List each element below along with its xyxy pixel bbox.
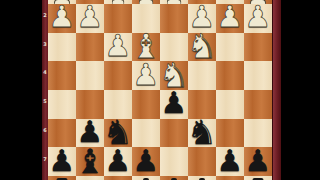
- square-c4[interactable]: [188, 61, 216, 90]
- piece-black-king-e8[interactable]: [143, 178, 149, 180]
- piece-black-pawn-h7[interactable]: ♟: [49, 146, 76, 176]
- piece-white-pawn-h2[interactable]: ♟: [49, 2, 76, 32]
- piece-black-bishop-c8[interactable]: [199, 178, 205, 180]
- square-f4[interactable]: [104, 61, 132, 90]
- square-g2[interactable]: ♟: [76, 4, 104, 33]
- square-h3[interactable]: [48, 33, 76, 62]
- square-f7[interactable]: ♟: [104, 147, 132, 176]
- piece-black-knight-c6[interactable]: ♞: [187, 115, 217, 149]
- square-e7[interactable]: ♟: [132, 147, 160, 176]
- square-f3[interactable]: ♟: [104, 33, 132, 62]
- piece-white-king-e1[interactable]: [139, 0, 154, 4]
- chess-board[interactable]: ♟♟♟♟♟♟♝♞♟♞♟♟♞♞♟♝♟♟♟♟: [48, 0, 272, 180]
- square-h2[interactable]: ♟: [48, 4, 76, 33]
- square-h4[interactable]: [48, 61, 76, 90]
- piece-white-pawn-f3[interactable]: ♟: [105, 31, 132, 61]
- square-d2[interactable]: [160, 4, 188, 33]
- square-a4[interactable]: [244, 61, 272, 90]
- square-b3[interactable]: [216, 33, 244, 62]
- square-d8[interactable]: [160, 176, 188, 180]
- piece-black-pawn-b7[interactable]: ♟: [217, 146, 244, 176]
- square-d7[interactable]: [160, 147, 188, 176]
- chess-board-screenshot: 234567 ♟♟♟♟♟♟♝♞♟♞♟♟♞♞♟♝♟♟♟♟: [0, 0, 320, 180]
- square-a2[interactable]: ♟: [244, 4, 272, 33]
- piece-white-bishop-f1[interactable]: [112, 0, 125, 4]
- piece-black-pawn-d5[interactable]: ♟: [161, 88, 188, 118]
- square-e4[interactable]: ♟: [132, 61, 160, 90]
- piece-white-pawn-b2[interactable]: ♟: [217, 2, 244, 32]
- square-h5[interactable]: [48, 90, 76, 119]
- piece-black-rook-a8[interactable]: [253, 178, 264, 180]
- square-c6[interactable]: ♞: [188, 119, 216, 148]
- piece-white-queen-d1[interactable]: [167, 0, 182, 4]
- square-b2[interactable]: ♟: [216, 4, 244, 33]
- square-b5[interactable]: [216, 90, 244, 119]
- piece-black-pawn-a7[interactable]: ♟: [245, 146, 272, 176]
- board-frame-right: [272, 0, 281, 180]
- piece-black-queen-d8[interactable]: [171, 178, 177, 180]
- piece-white-pawn-g2[interactable]: ♟: [77, 2, 104, 32]
- square-c8[interactable]: [188, 176, 216, 180]
- piece-white-pawn-e4[interactable]: ♟: [133, 60, 160, 90]
- square-g4[interactable]: [76, 61, 104, 90]
- square-h7[interactable]: ♟: [48, 147, 76, 176]
- piece-black-bishop-g7[interactable]: ♝: [75, 143, 105, 177]
- letterbox-right: [281, 0, 320, 180]
- square-d5[interactable]: ♟: [160, 90, 188, 119]
- piece-white-knight-c3[interactable]: ♞: [187, 29, 217, 63]
- square-c7[interactable]: [188, 147, 216, 176]
- piece-black-rook-h8[interactable]: [57, 178, 68, 180]
- letterbox-left: [0, 0, 42, 180]
- piece-black-pawn-f7[interactable]: ♟: [105, 146, 132, 176]
- square-g3[interactable]: [76, 33, 104, 62]
- square-b4[interactable]: [216, 61, 244, 90]
- piece-black-pawn-e7[interactable]: ♟: [133, 146, 160, 176]
- square-d6[interactable]: [160, 119, 188, 148]
- square-a3[interactable]: [244, 33, 272, 62]
- square-a7[interactable]: ♟: [244, 147, 272, 176]
- square-g7[interactable]: ♝: [76, 147, 104, 176]
- square-e5[interactable]: [132, 90, 160, 119]
- square-c3[interactable]: ♞: [188, 33, 216, 62]
- square-b7[interactable]: ♟: [216, 147, 244, 176]
- square-a5[interactable]: [244, 90, 272, 119]
- piece-white-pawn-a2[interactable]: ♟: [245, 2, 272, 32]
